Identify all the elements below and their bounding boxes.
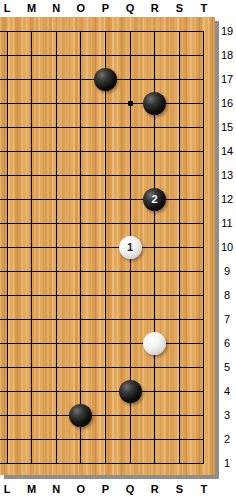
board-intersection[interactable] bbox=[118, 163, 143, 187]
board-intersection[interactable] bbox=[44, 235, 69, 259]
right-coordinate-label: 10 bbox=[221, 241, 233, 253]
black-stone: 2 bbox=[143, 188, 166, 211]
board-intersection[interactable] bbox=[93, 403, 118, 427]
board-intersection[interactable] bbox=[93, 451, 118, 475]
board-intersection[interactable] bbox=[0, 211, 19, 235]
board-intersection[interactable] bbox=[118, 67, 143, 91]
board-intersection[interactable] bbox=[118, 91, 143, 115]
board-intersection[interactable] bbox=[0, 259, 19, 283]
right-coordinate-label: 9 bbox=[224, 265, 230, 277]
right-coordinate-label: 5 bbox=[224, 361, 230, 373]
board-intersection[interactable] bbox=[142, 211, 167, 235]
board-intersection[interactable] bbox=[167, 43, 192, 67]
board-intersection[interactable] bbox=[69, 163, 94, 187]
board-intersection[interactable] bbox=[192, 259, 215, 283]
board-intersection[interactable] bbox=[93, 259, 118, 283]
top-coordinate-label: R bbox=[151, 2, 159, 14]
board-intersection[interactable] bbox=[69, 451, 94, 475]
board-intersection[interactable] bbox=[192, 403, 215, 427]
board-intersection[interactable] bbox=[192, 91, 215, 115]
board-intersection[interactable] bbox=[118, 427, 143, 451]
right-coordinate-label: 7 bbox=[224, 313, 230, 325]
board-intersection[interactable] bbox=[118, 403, 143, 427]
board-intersection[interactable] bbox=[167, 139, 192, 163]
board-intersection[interactable] bbox=[118, 283, 143, 307]
board-intersection[interactable] bbox=[192, 355, 215, 379]
right-coordinate-label: 3 bbox=[224, 409, 230, 421]
white-stone bbox=[143, 332, 166, 355]
board-intersection[interactable] bbox=[0, 283, 19, 307]
board-intersection[interactable] bbox=[118, 379, 143, 403]
board-intersection[interactable] bbox=[44, 19, 69, 43]
right-coordinate-label: 4 bbox=[224, 385, 230, 397]
board-intersection[interactable] bbox=[93, 355, 118, 379]
board-intersection[interactable] bbox=[192, 307, 215, 331]
top-coordinate-label: L bbox=[4, 2, 11, 14]
star-point bbox=[128, 101, 133, 106]
board-intersection[interactable] bbox=[19, 451, 44, 475]
board-intersection[interactable] bbox=[0, 307, 19, 331]
board-intersection[interactable] bbox=[167, 211, 192, 235]
board-intersection[interactable] bbox=[93, 235, 118, 259]
black-stone bbox=[69, 404, 92, 427]
right-coordinate-label: 13 bbox=[221, 169, 233, 181]
right-coordinate-label: 16 bbox=[221, 97, 233, 109]
board-intersection[interactable] bbox=[167, 187, 192, 211]
board-intersection[interactable] bbox=[0, 331, 19, 355]
board-intersection[interactable] bbox=[142, 43, 167, 67]
board-intersection[interactable] bbox=[192, 19, 215, 43]
board-intersection[interactable] bbox=[93, 427, 118, 451]
move-number-label: 1 bbox=[127, 242, 133, 253]
board-intersection[interactable] bbox=[44, 451, 69, 475]
board-intersection[interactable] bbox=[192, 427, 215, 451]
board-intersection[interactable] bbox=[69, 427, 94, 451]
board-intersection[interactable] bbox=[167, 331, 192, 355]
board-intersection[interactable] bbox=[0, 379, 19, 403]
board-intersection[interactable] bbox=[142, 403, 167, 427]
board-intersection[interactable] bbox=[142, 451, 167, 475]
board-intersection[interactable] bbox=[69, 43, 94, 67]
board-intersection[interactable] bbox=[44, 379, 69, 403]
board-intersection[interactable] bbox=[93, 331, 118, 355]
board-intersection[interactable] bbox=[44, 115, 69, 139]
board-intersection[interactable] bbox=[93, 139, 118, 163]
board-intersection[interactable] bbox=[192, 163, 215, 187]
board-intersection[interactable] bbox=[19, 307, 44, 331]
board-intersection[interactable] bbox=[0, 139, 19, 163]
white-stone: 1 bbox=[119, 236, 142, 259]
board-intersection[interactable] bbox=[118, 211, 143, 235]
board-intersection[interactable] bbox=[192, 235, 215, 259]
board-intersection[interactable] bbox=[19, 403, 44, 427]
board-intersection[interactable] bbox=[0, 427, 19, 451]
board-intersection[interactable] bbox=[93, 379, 118, 403]
board-intersection[interactable]: 2 bbox=[142, 187, 167, 211]
board-intersection[interactable] bbox=[0, 403, 19, 427]
board-intersection[interactable] bbox=[19, 211, 44, 235]
board-grid: 21 bbox=[0, 19, 215, 475]
board-intersection[interactable] bbox=[19, 331, 44, 355]
board-intersection[interactable] bbox=[19, 67, 44, 91]
right-coordinate-label: 17 bbox=[221, 73, 233, 85]
board-intersection[interactable] bbox=[44, 91, 69, 115]
board-intersection[interactable] bbox=[142, 331, 167, 355]
board-intersection[interactable] bbox=[19, 259, 44, 283]
board-intersection[interactable] bbox=[142, 139, 167, 163]
black-stone bbox=[94, 68, 117, 91]
board-intersection[interactable] bbox=[93, 211, 118, 235]
board-intersection[interactable] bbox=[167, 427, 192, 451]
board-intersection[interactable] bbox=[69, 235, 94, 259]
board-intersection[interactable] bbox=[19, 235, 44, 259]
board-intersection[interactable] bbox=[167, 259, 192, 283]
board-intersection[interactable] bbox=[142, 379, 167, 403]
board-intersection[interactable] bbox=[192, 211, 215, 235]
board-intersection[interactable] bbox=[44, 427, 69, 451]
right-coordinate-label: 15 bbox=[221, 121, 233, 133]
board-intersection[interactable] bbox=[0, 163, 19, 187]
top-coordinate-label: P bbox=[102, 2, 109, 14]
board-intersection[interactable] bbox=[44, 163, 69, 187]
board-intersection[interactable] bbox=[167, 163, 192, 187]
board-intersection[interactable] bbox=[19, 19, 44, 43]
board-intersection[interactable] bbox=[93, 163, 118, 187]
top-coordinate-label: S bbox=[176, 2, 183, 14]
top-coordinate-label: O bbox=[77, 2, 86, 14]
board-intersection[interactable] bbox=[19, 187, 44, 211]
black-stone bbox=[143, 92, 166, 115]
board-intersection[interactable] bbox=[118, 115, 143, 139]
board-intersection[interactable] bbox=[142, 67, 167, 91]
board-intersection[interactable] bbox=[142, 115, 167, 139]
right-coordinate-label: 6 bbox=[224, 337, 230, 349]
board-intersection[interactable] bbox=[69, 379, 94, 403]
board-intersection[interactable] bbox=[69, 403, 94, 427]
board-intersection[interactable] bbox=[69, 331, 94, 355]
board-intersection[interactable] bbox=[167, 115, 192, 139]
board-intersection[interactable] bbox=[118, 451, 143, 475]
board-intersection[interactable] bbox=[167, 403, 192, 427]
board-intersection[interactable] bbox=[142, 355, 167, 379]
board-intersection[interactable] bbox=[142, 19, 167, 43]
board-intersection[interactable] bbox=[167, 283, 192, 307]
bottom-coordinate-label: P bbox=[102, 483, 109, 495]
board-intersection[interactable] bbox=[69, 187, 94, 211]
board-intersection[interactable] bbox=[118, 355, 143, 379]
board-intersection[interactable] bbox=[192, 67, 215, 91]
board-intersection[interactable] bbox=[118, 19, 143, 43]
right-coordinate-label: 1 bbox=[224, 457, 230, 469]
go-board: 21 bbox=[0, 17, 215, 475]
board-intersection[interactable] bbox=[142, 235, 167, 259]
board-intersection[interactable] bbox=[19, 427, 44, 451]
board-intersection[interactable] bbox=[167, 235, 192, 259]
bottom-coordinate-label: M bbox=[27, 483, 36, 495]
board-intersection[interactable] bbox=[19, 355, 44, 379]
board-intersection[interactable] bbox=[19, 43, 44, 67]
board-intersection[interactable] bbox=[44, 67, 69, 91]
board-intersection[interactable] bbox=[118, 307, 143, 331]
board-intersection[interactable] bbox=[44, 139, 69, 163]
board-intersection[interactable] bbox=[192, 139, 215, 163]
board-intersection[interactable] bbox=[142, 307, 167, 331]
bottom-coordinate-label: T bbox=[201, 483, 208, 495]
board-intersection[interactable] bbox=[192, 379, 215, 403]
board-intersection[interactable] bbox=[44, 355, 69, 379]
board-intersection[interactable] bbox=[93, 67, 118, 91]
board-intersection[interactable] bbox=[167, 19, 192, 43]
board-intersection[interactable] bbox=[0, 67, 19, 91]
board-intersection[interactable] bbox=[44, 403, 69, 427]
board-intersection[interactable] bbox=[0, 187, 19, 211]
move-number-label: 2 bbox=[152, 194, 158, 205]
board-intersection[interactable] bbox=[0, 451, 19, 475]
board-intersection[interactable] bbox=[44, 187, 69, 211]
board-intersection[interactable] bbox=[167, 379, 192, 403]
bottom-coordinate-label: R bbox=[151, 483, 159, 495]
board-intersection[interactable] bbox=[118, 187, 143, 211]
top-coordinate-label: N bbox=[52, 2, 60, 14]
bottom-coordinate-label: N bbox=[52, 483, 60, 495]
top-coordinate-label: M bbox=[27, 2, 36, 14]
board-intersection[interactable] bbox=[69, 211, 94, 235]
board-intersection[interactable] bbox=[192, 331, 215, 355]
board-intersection[interactable] bbox=[167, 451, 192, 475]
board-intersection[interactable] bbox=[167, 67, 192, 91]
board-intersection[interactable] bbox=[19, 283, 44, 307]
board-intersection[interactable] bbox=[167, 91, 192, 115]
board-intersection[interactable] bbox=[192, 187, 215, 211]
board-intersection[interactable] bbox=[44, 307, 69, 331]
board-intersection[interactable] bbox=[69, 307, 94, 331]
board-intersection[interactable] bbox=[142, 91, 167, 115]
board-intersection[interactable] bbox=[44, 43, 69, 67]
board-intersection[interactable] bbox=[19, 115, 44, 139]
board-intersection[interactable] bbox=[69, 115, 94, 139]
board-intersection[interactable] bbox=[19, 379, 44, 403]
board-intersection[interactable] bbox=[192, 115, 215, 139]
board-intersection[interactable] bbox=[0, 19, 19, 43]
board-intersection[interactable] bbox=[93, 19, 118, 43]
right-coordinate-label: 18 bbox=[221, 49, 233, 61]
board-intersection[interactable] bbox=[192, 43, 215, 67]
right-coordinate-label: 2 bbox=[224, 433, 230, 445]
board-intersection[interactable] bbox=[192, 451, 215, 475]
black-stone bbox=[119, 380, 142, 403]
board-intersection[interactable] bbox=[93, 115, 118, 139]
right-coordinate-label: 19 bbox=[221, 25, 233, 37]
board-intersection[interactable] bbox=[0, 235, 19, 259]
top-coordinate-label: T bbox=[201, 2, 208, 14]
board-intersection[interactable] bbox=[19, 163, 44, 187]
board-intersection[interactable] bbox=[93, 187, 118, 211]
board-intersection[interactable] bbox=[0, 91, 19, 115]
board-intersection[interactable] bbox=[0, 355, 19, 379]
board-intersection[interactable] bbox=[192, 283, 215, 307]
board-intersection[interactable] bbox=[0, 115, 19, 139]
board-intersection[interactable] bbox=[69, 139, 94, 163]
board-intersection[interactable] bbox=[44, 331, 69, 355]
board-intersection[interactable] bbox=[118, 43, 143, 67]
board-intersection[interactable] bbox=[44, 211, 69, 235]
board-intersection[interactable]: 1 bbox=[118, 235, 143, 259]
right-coordinate-label: 8 bbox=[224, 289, 230, 301]
top-coordinate-label: Q bbox=[126, 2, 135, 14]
board-intersection[interactable] bbox=[44, 283, 69, 307]
right-coordinate-label: 12 bbox=[221, 193, 233, 205]
board-intersection[interactable] bbox=[69, 355, 94, 379]
bottom-coordinate-label: O bbox=[77, 483, 86, 495]
board-intersection[interactable] bbox=[93, 91, 118, 115]
board-intersection[interactable] bbox=[142, 163, 167, 187]
board-intersection[interactable] bbox=[19, 91, 44, 115]
board-intersection[interactable] bbox=[142, 283, 167, 307]
board-intersection[interactable] bbox=[93, 43, 118, 67]
board-intersection[interactable] bbox=[69, 19, 94, 43]
board-intersection[interactable] bbox=[167, 355, 192, 379]
board-intersection[interactable] bbox=[69, 283, 94, 307]
board-intersection[interactable] bbox=[142, 427, 167, 451]
board-intersection[interactable] bbox=[44, 259, 69, 283]
board-intersection[interactable] bbox=[93, 283, 118, 307]
right-coordinate-label: 14 bbox=[221, 145, 233, 157]
board-intersection[interactable] bbox=[167, 307, 192, 331]
board-intersection[interactable] bbox=[0, 43, 19, 67]
board-intersection[interactable] bbox=[118, 331, 143, 355]
board-intersection[interactable] bbox=[19, 139, 44, 163]
board-intersection[interactable] bbox=[69, 67, 94, 91]
board-intersection[interactable] bbox=[69, 91, 94, 115]
board-intersection[interactable] bbox=[142, 259, 167, 283]
board-intersection[interactable] bbox=[118, 139, 143, 163]
board-intersection[interactable] bbox=[118, 259, 143, 283]
board-intersection[interactable] bbox=[93, 307, 118, 331]
bottom-coordinate-label: S bbox=[176, 483, 183, 495]
board-intersection[interactable] bbox=[69, 259, 94, 283]
bottom-coordinate-label: L bbox=[4, 483, 11, 495]
right-coordinate-label: 11 bbox=[221, 217, 232, 229]
bottom-coordinate-label: Q bbox=[126, 483, 135, 495]
